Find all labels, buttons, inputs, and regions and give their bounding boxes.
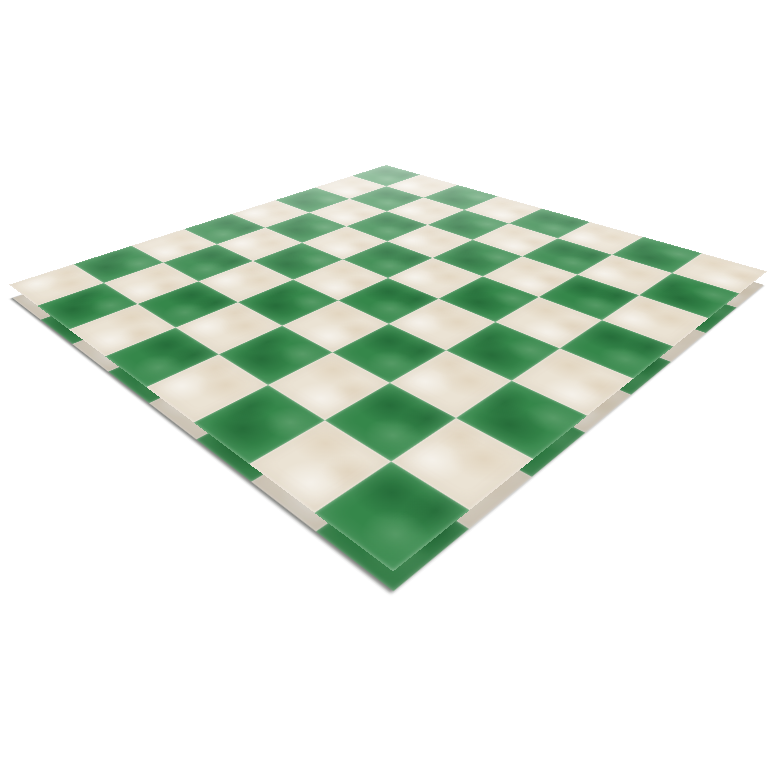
product-photo <box>0 0 768 768</box>
